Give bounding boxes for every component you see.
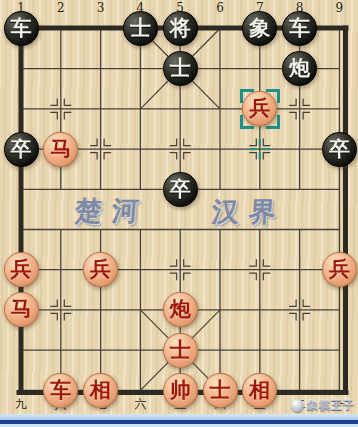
piece-red-advisor[interactable]: 士 (163, 333, 198, 368)
xiangqi-board[interactable]: 楚河 汉界 123456789 九八七六五四三二一 车士将象车士炮兵卒马卒卒兵兵… (0, 0, 358, 427)
piece-red-soldier[interactable]: 兵 (4, 252, 39, 287)
piece-black-soldier[interactable]: 卒 (163, 172, 198, 207)
piece-red-cannon[interactable]: 炮 (163, 292, 198, 327)
piece-red-horse[interactable]: 马 (4, 292, 39, 327)
piece-red-advisor[interactable]: 士 (203, 373, 238, 408)
river-text-left: 楚河 (74, 193, 151, 229)
watermark-badge-icon (291, 399, 304, 412)
piece-red-chariot[interactable]: 车 (43, 373, 78, 408)
piece-red-elephant[interactable]: 相 (83, 373, 118, 408)
river-text-right: 汉界 (211, 194, 288, 230)
file-label-top-3: 3 (97, 2, 105, 14)
piece-black-soldier[interactable]: 卒 (322, 132, 357, 167)
watermark: 象棋王子 (291, 396, 355, 414)
file-label-top-9: 9 (336, 2, 344, 14)
piece-red-general[interactable]: 帅 (163, 373, 198, 408)
watermark-text: 象棋王子 (307, 398, 355, 413)
file-label-top-2: 2 (57, 2, 65, 14)
file-label-top-6: 6 (216, 2, 224, 14)
file-label-bottom-1: 九 (15, 398, 27, 410)
piece-red-horse[interactable]: 马 (43, 132, 78, 167)
piece-red-elephant[interactable]: 相 (242, 373, 277, 408)
bottom-window-bar (0, 414, 358, 427)
piece-black-chariot[interactable]: 车 (4, 11, 39, 46)
file-label-bottom-4: 六 (134, 398, 146, 410)
piece-red-soldier[interactable]: 兵 (322, 252, 357, 287)
piece-black-advisor[interactable]: 士 (163, 51, 198, 86)
piece-black-soldier[interactable]: 卒 (4, 132, 39, 167)
piece-black-advisor[interactable]: 士 (123, 11, 158, 46)
piece-black-chariot[interactable]: 车 (282, 11, 317, 46)
piece-black-general[interactable]: 将 (163, 11, 198, 46)
